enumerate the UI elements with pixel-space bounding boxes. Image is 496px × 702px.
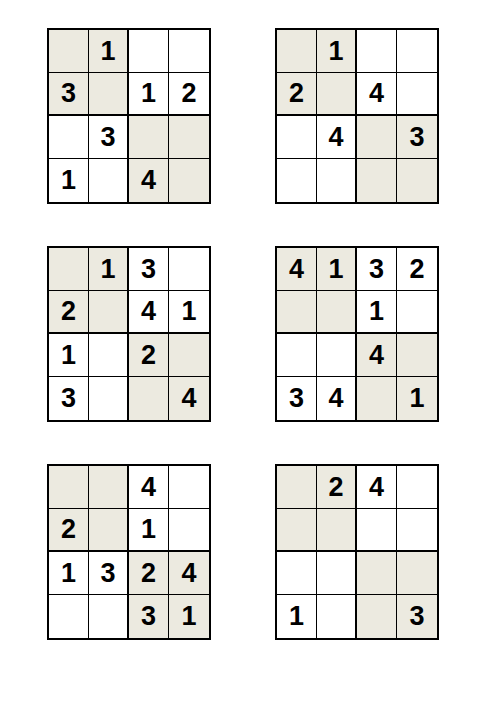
cell-r4c3-empty[interactable] <box>129 377 169 420</box>
cell-r2c2-empty[interactable] <box>89 291 129 334</box>
cell-r3c3-empty[interactable] <box>357 552 397 595</box>
cell-r3c4-given: 3 <box>397 116 437 159</box>
cell-r3c3-given: 2 <box>129 552 169 595</box>
sudoku-board-3: 132411234 <box>47 246 211 422</box>
cell-r4c1-empty[interactable] <box>277 159 317 202</box>
cell-r1c3-given: 4 <box>357 466 397 509</box>
cell-r2c1-given: 2 <box>277 73 317 116</box>
cell-r1c3-given: 4 <box>129 466 169 509</box>
cell-r4c2-empty[interactable] <box>89 159 129 202</box>
cell-r2c1-empty[interactable] <box>277 509 317 552</box>
cell-r2c4-empty[interactable] <box>397 291 437 334</box>
cell-r2c3-given: 1 <box>129 73 169 116</box>
cell-r3c1-empty[interactable] <box>277 552 317 595</box>
cell-r3c4-empty[interactable] <box>169 334 209 377</box>
cell-r1c4-empty[interactable] <box>397 466 437 509</box>
cell-r2c2-empty[interactable] <box>89 73 129 116</box>
cell-r4c4-given: 4 <box>169 377 209 420</box>
cell-r1c1-empty[interactable] <box>277 466 317 509</box>
cell-r3c4-empty[interactable] <box>397 552 437 595</box>
cell-r4c4-given: 1 <box>397 377 437 420</box>
cell-r4c3-empty[interactable] <box>357 595 397 638</box>
cell-r4c3-empty[interactable] <box>357 377 397 420</box>
cell-r4c4-given: 3 <box>397 595 437 638</box>
cell-r2c3-given: 4 <box>129 291 169 334</box>
cell-r3c4-empty[interactable] <box>397 334 437 377</box>
cell-r1c1-given: 4 <box>277 248 317 291</box>
cell-r3c1-given: 1 <box>49 334 89 377</box>
cell-r3c2-empty[interactable] <box>89 334 129 377</box>
cell-r1c3-given: 3 <box>129 248 169 291</box>
cell-r4c2-empty[interactable] <box>317 595 357 638</box>
cell-r2c1-given: 2 <box>49 291 89 334</box>
cell-r2c4-given: 1 <box>169 291 209 334</box>
cell-r3c3-empty[interactable] <box>129 116 169 159</box>
cell-r4c1-empty[interactable] <box>49 595 89 638</box>
cell-r1c4-empty[interactable] <box>169 466 209 509</box>
cell-r2c2-empty[interactable] <box>317 291 357 334</box>
sudoku-worksheet: 1312314 12443 132411234 413214341 421132… <box>0 0 496 640</box>
cell-r3c3-given: 4 <box>357 334 397 377</box>
cell-r2c1-given: 2 <box>49 509 89 552</box>
cell-r3c1-given: 1 <box>49 552 89 595</box>
cell-r4c4-empty[interactable] <box>397 159 437 202</box>
cell-r1c2-given: 1 <box>89 30 129 73</box>
cell-r3c1-empty[interactable] <box>277 116 317 159</box>
cell-r4c2-empty[interactable] <box>89 595 129 638</box>
cell-r4c1-given: 3 <box>49 377 89 420</box>
cell-r3c4-empty[interactable] <box>169 116 209 159</box>
cell-r2c1-given: 3 <box>49 73 89 116</box>
cell-r4c3-given: 3 <box>129 595 169 638</box>
cell-r2c2-empty[interactable] <box>317 73 357 116</box>
cell-r2c4-empty[interactable] <box>169 509 209 552</box>
cell-r4c1-given: 1 <box>277 595 317 638</box>
cell-r3c2-given: 3 <box>89 552 129 595</box>
cell-r2c3-given: 1 <box>129 509 169 552</box>
cell-r4c1-given: 3 <box>277 377 317 420</box>
sudoku-board-4: 413214341 <box>275 246 439 422</box>
cell-r3c1-empty[interactable] <box>49 116 89 159</box>
sudoku-board-5: 421132431 <box>47 464 211 640</box>
cell-r1c4-empty[interactable] <box>169 248 209 291</box>
cell-r1c2-given: 1 <box>317 30 357 73</box>
cell-r1c2-empty[interactable] <box>89 466 129 509</box>
cell-r1c2-given: 2 <box>317 466 357 509</box>
cell-r3c3-empty[interactable] <box>357 116 397 159</box>
cell-r4c2-empty[interactable] <box>89 377 129 420</box>
cell-r3c2-empty[interactable] <box>317 552 357 595</box>
cell-r2c3-given: 4 <box>357 73 397 116</box>
cell-r1c4-empty[interactable] <box>397 30 437 73</box>
cell-r1c2-given: 1 <box>89 248 129 291</box>
cell-r1c1-empty[interactable] <box>49 30 89 73</box>
cell-r4c2-given: 4 <box>317 377 357 420</box>
cell-r2c4-given: 2 <box>169 73 209 116</box>
cell-r1c4-empty[interactable] <box>169 30 209 73</box>
cell-r4c2-empty[interactable] <box>317 159 357 202</box>
sudoku-board-6: 2413 <box>275 464 439 640</box>
cell-r1c3-empty[interactable] <box>129 30 169 73</box>
cell-r1c3-given: 3 <box>357 248 397 291</box>
cell-r4c1-given: 1 <box>49 159 89 202</box>
cell-r4c3-given: 4 <box>129 159 169 202</box>
cell-r1c1-empty[interactable] <box>49 248 89 291</box>
cell-r1c3-empty[interactable] <box>357 30 397 73</box>
cell-r4c3-empty[interactable] <box>357 159 397 202</box>
cell-r2c4-empty[interactable] <box>397 509 437 552</box>
cell-r3c4-given: 4 <box>169 552 209 595</box>
cell-r3c1-empty[interactable] <box>277 334 317 377</box>
sudoku-board-1: 1312314 <box>47 28 211 204</box>
cell-r1c2-given: 1 <box>317 248 357 291</box>
cell-r1c1-empty[interactable] <box>277 30 317 73</box>
cell-r3c3-given: 2 <box>129 334 169 377</box>
cell-r3c2-given: 3 <box>89 116 129 159</box>
cell-r2c3-empty[interactable] <box>357 509 397 552</box>
cell-r2c3-given: 1 <box>357 291 397 334</box>
cell-r1c1-empty[interactable] <box>49 466 89 509</box>
cell-r2c4-empty[interactable] <box>397 73 437 116</box>
cell-r1c4-given: 2 <box>397 248 437 291</box>
cell-r2c2-empty[interactable] <box>317 509 357 552</box>
cell-r4c4-given: 1 <box>169 595 209 638</box>
sudoku-board-2: 12443 <box>275 28 439 204</box>
cell-r3c2-given: 4 <box>317 116 357 159</box>
cell-r2c2-empty[interactable] <box>89 509 129 552</box>
cell-r2c1-empty[interactable] <box>277 291 317 334</box>
cell-r4c4-empty[interactable] <box>169 159 209 202</box>
cell-r3c2-empty[interactable] <box>317 334 357 377</box>
